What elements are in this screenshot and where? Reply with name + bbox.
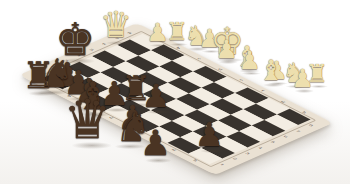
piece-dark-rook-a1[interactable]: ♜ (22, 57, 55, 94)
chess-set-photo: aabbccddeeffgghh8877665544332211 ♛♜♞♚♝♝♞… (0, 0, 350, 184)
piece-light-pawn-f7[interactable]: ♟ (238, 48, 260, 73)
piece-dark-queen-d1[interactable]: ♛ (63, 93, 111, 147)
piece-light-bishop-f8[interactable]: ♝ (258, 57, 283, 85)
piece-dark-pawn-f1[interactable]: ♟ (140, 126, 171, 161)
piece-light-queen-a8[interactable]: ♛ (100, 7, 132, 43)
piece-dark-pawn-g2[interactable]: ♟ (194, 118, 224, 151)
piece-light-pawn-b7[interactable]: ♟ (146, 20, 168, 45)
piece-light-pawn-h7[interactable]: ♟ (291, 66, 313, 91)
